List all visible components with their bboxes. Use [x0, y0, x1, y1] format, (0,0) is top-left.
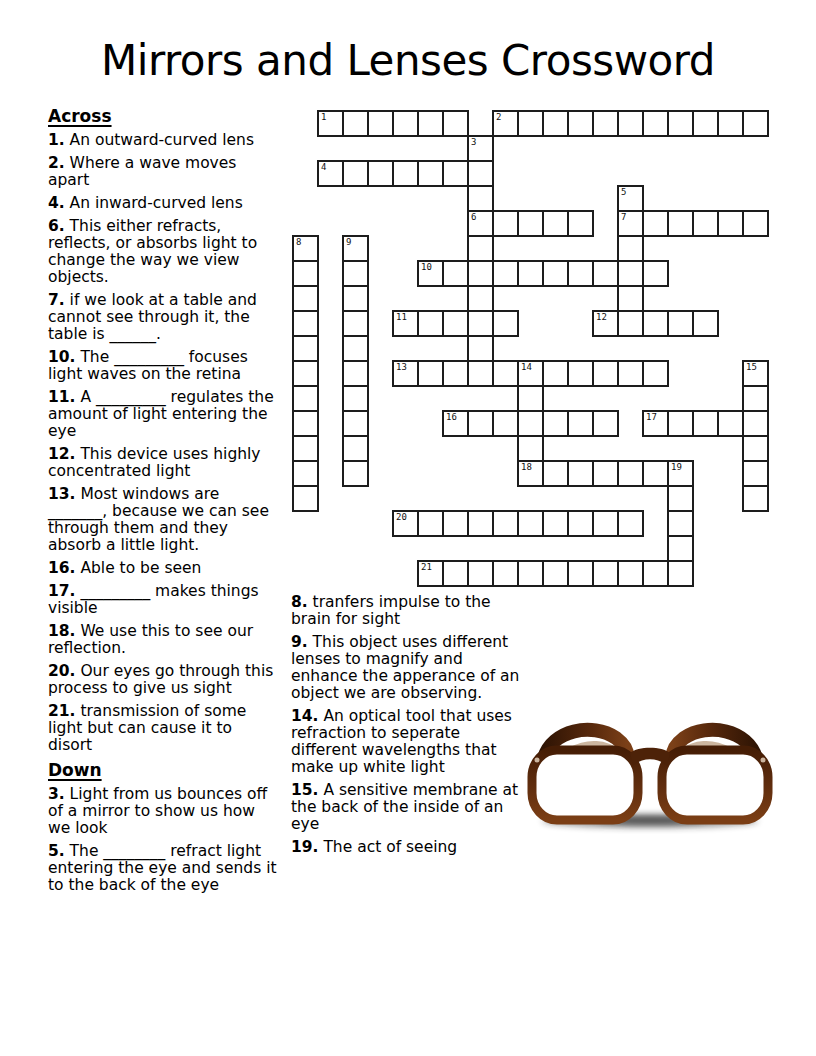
grid-cell[interactable]: [517, 410, 544, 437]
grid-cell[interactable]: [442, 310, 469, 337]
grid-cell[interactable]: [492, 210, 519, 237]
grid-cell[interactable]: [617, 260, 644, 287]
grid-cell[interactable]: [542, 260, 569, 287]
down-header: Down: [48, 760, 281, 780]
grid-cell[interactable]: [567, 410, 594, 437]
grid-cell[interactable]: [667, 560, 694, 587]
glasses-right-hinge: [761, 758, 766, 763]
grid-cell[interactable]: [742, 110, 769, 137]
grid-cell[interactable]: [342, 410, 369, 437]
clue-number: 17.: [48, 582, 75, 600]
clue-across-10: 10. The _________ focuses light waves on…: [48, 349, 281, 383]
across-clue-list: 1. An outward-curved lens2. Where a wave…: [48, 132, 281, 754]
grid-cell[interactable]: [292, 285, 319, 312]
grid-cell[interactable]: [617, 285, 644, 312]
glasses-bridge: [630, 748, 670, 766]
cell-number: 11: [396, 312, 407, 322]
clue-across-1: 1. An outward-curved lens: [48, 132, 281, 149]
grid-cell[interactable]: [292, 260, 319, 287]
cell-number: 20: [396, 512, 407, 522]
grid-cell[interactable]: [392, 160, 419, 187]
clue-number: 7.: [48, 291, 65, 309]
grid-cell[interactable]: [592, 260, 619, 287]
grid-cell[interactable]: 18: [517, 460, 544, 487]
grid-cell[interactable]: [417, 510, 444, 537]
clue-number: 16.: [48, 559, 75, 577]
grid-cell[interactable]: [667, 310, 694, 337]
worksheet-page: Mirrors and Lenses Crossword Across 1. A…: [0, 0, 816, 1056]
grid-cell[interactable]: [692, 110, 719, 137]
clue-text: This device uses highly concentrated lig…: [48, 445, 261, 480]
grid-cell[interactable]: [367, 110, 394, 137]
grid-cell[interactable]: [292, 410, 319, 437]
grid-cell[interactable]: [367, 160, 394, 187]
clue-text: Most windows are _______, because we can…: [48, 485, 269, 554]
grid-cell[interactable]: [617, 235, 644, 262]
grid-cell[interactable]: [467, 160, 494, 187]
grid-cell[interactable]: 4: [317, 160, 344, 187]
clue-across-20: 20. Our eyes go through this process to …: [48, 663, 281, 697]
grid-cell[interactable]: [592, 110, 619, 137]
grid-cell[interactable]: [742, 385, 769, 412]
cell-number: 14: [521, 362, 532, 372]
grid-cell[interactable]: [467, 310, 494, 337]
clue-down-9: 9. This object uses different lenses to …: [291, 634, 524, 702]
grid-cell[interactable]: 9: [342, 235, 369, 262]
crossword-grid: 123456789101112131415161718192021: [292, 110, 769, 587]
grid-cell[interactable]: 12: [592, 310, 619, 337]
across-header: Across: [48, 106, 281, 126]
grid-cell[interactable]: 15: [742, 360, 769, 387]
grid-cell[interactable]: [542, 110, 569, 137]
grid-cell[interactable]: [292, 385, 319, 412]
grid-cell[interactable]: [542, 560, 569, 587]
grid-cell[interactable]: [442, 110, 469, 137]
clue-text: Our eyes go through this process to give…: [48, 662, 273, 697]
grid-cell[interactable]: [592, 460, 619, 487]
grid-cell[interactable]: 16: [442, 410, 469, 437]
cell-number: 17: [646, 412, 657, 422]
grid-cell[interactable]: [467, 560, 494, 587]
cell-number: 15: [746, 362, 757, 372]
grid-cell[interactable]: [517, 110, 544, 137]
grid-cell[interactable]: [567, 460, 594, 487]
clue-number: 10.: [48, 348, 75, 366]
grid-cell[interactable]: [617, 460, 644, 487]
grid-cell[interactable]: [542, 510, 569, 537]
grid-cell[interactable]: [492, 510, 519, 537]
grid-cell[interactable]: [292, 435, 319, 462]
grid-cell[interactable]: [567, 560, 594, 587]
grid-cell[interactable]: [442, 160, 469, 187]
clue-number: 4.: [48, 194, 65, 212]
grid-cell[interactable]: [392, 110, 419, 137]
grid-cell[interactable]: [617, 510, 644, 537]
cell-number: 18: [521, 462, 532, 472]
grid-cell[interactable]: [667, 410, 694, 437]
grid-cell[interactable]: [517, 435, 544, 462]
grid-cell[interactable]: 6: [467, 210, 494, 237]
cell-number: 4: [321, 162, 326, 172]
grid-cell[interactable]: [692, 310, 719, 337]
grid-cell[interactable]: 13: [392, 360, 419, 387]
grid-cell[interactable]: [542, 410, 569, 437]
cell-number: 8: [296, 237, 301, 247]
grid-cell[interactable]: [517, 560, 544, 587]
cell-number: 13: [396, 362, 407, 372]
grid-cell[interactable]: [342, 335, 369, 362]
clue-across-7: 7. if we look at a table and cannot see …: [48, 292, 281, 343]
grid-cell[interactable]: [567, 210, 594, 237]
clue-across-4: 4. An inward-curved lens: [48, 195, 281, 212]
clue-across-6: 6. This either refracts, reflects, or ab…: [48, 218, 281, 286]
cell-number: 7: [621, 212, 626, 222]
grid-cell[interactable]: [442, 560, 469, 587]
clue-text: if we look at a table and cannot see thr…: [48, 291, 257, 343]
clue-down-15: 15. A sensitive membrane at the back of …: [291, 782, 524, 833]
clue-number: 3.: [48, 785, 65, 803]
grid-cell[interactable]: 8: [292, 235, 319, 262]
grid-cell[interactable]: [342, 360, 369, 387]
grid-cell[interactable]: [467, 235, 494, 262]
clue-number: 1.: [48, 131, 65, 149]
grid-cell[interactable]: [592, 510, 619, 537]
clue-down-19: 19. The act of seeing: [291, 839, 524, 856]
clues-left-column: Across 1. An outward-curved lens2. Where…: [48, 106, 281, 900]
grid-cell[interactable]: [742, 435, 769, 462]
clue-text: This either refracts, reflects, or absor…: [48, 217, 257, 286]
clue-text: tranfers impulse to the brain for sight: [291, 593, 491, 628]
grid-cell[interactable]: [417, 360, 444, 387]
glasses-image: [518, 700, 782, 834]
clue-text: The ________ refract light entering the …: [48, 842, 277, 894]
grid-cell[interactable]: [292, 335, 319, 362]
down-clue-list-right: 8. tranfers impulse to the brain for sig…: [291, 594, 524, 856]
clue-across-18: 18. We use this to see our reflection.: [48, 623, 281, 657]
grid-cell[interactable]: [642, 460, 669, 487]
cell-number: 16: [446, 412, 457, 422]
clue-number: 5.: [48, 842, 65, 860]
grid-cell[interactable]: [642, 560, 669, 587]
grid-cell[interactable]: [567, 260, 594, 287]
grid-cell[interactable]: [492, 310, 519, 337]
grid-cell[interactable]: [667, 535, 694, 562]
grid-cell[interactable]: [667, 485, 694, 512]
grid-cell[interactable]: [592, 560, 619, 587]
grid-cell[interactable]: [342, 310, 369, 337]
grid-cell[interactable]: 21: [417, 560, 444, 587]
grid-cell[interactable]: 20: [392, 510, 419, 537]
grid-cell[interactable]: [342, 435, 369, 462]
grid-cell[interactable]: [717, 110, 744, 137]
clue-number: 18.: [48, 622, 75, 640]
grid-cell[interactable]: 11: [392, 310, 419, 337]
glasses-left-hinge: [535, 758, 540, 763]
clue-text: The act of seeing: [318, 838, 457, 856]
grid-cell[interactable]: [692, 210, 719, 237]
clue-text: We use this to see our reflection.: [48, 622, 253, 657]
clue-number: 12.: [48, 445, 75, 463]
grid-cell[interactable]: [542, 210, 569, 237]
grid-cell[interactable]: [417, 310, 444, 337]
grid-cell[interactable]: [467, 260, 494, 287]
cell-number: 2: [496, 112, 501, 122]
clue-across-2: 2. Where a wave moves apart: [48, 155, 281, 189]
grid-cell[interactable]: [717, 410, 744, 437]
grid-cell[interactable]: [517, 260, 544, 287]
clue-text: Light from us bounces off of a mirror to…: [48, 785, 267, 837]
grid-cell[interactable]: [567, 360, 594, 387]
grid-cell[interactable]: [642, 310, 669, 337]
grid-cell[interactable]: [467, 285, 494, 312]
clue-text: An optical tool that uses refraction to …: [291, 707, 512, 776]
grid-cell[interactable]: 17: [642, 410, 669, 437]
grid-cell[interactable]: [292, 460, 319, 487]
cell-number: 1: [321, 112, 326, 122]
grid-cell[interactable]: 2: [492, 110, 519, 137]
grid-cell[interactable]: [592, 410, 619, 437]
grid-cell[interactable]: [342, 385, 369, 412]
grid-cell[interactable]: [667, 110, 694, 137]
grid-cell[interactable]: 10: [417, 260, 444, 287]
clue-number: 14.: [291, 707, 318, 725]
grid-cell[interactable]: [417, 160, 444, 187]
grid-cell[interactable]: 19: [667, 460, 694, 487]
grid-cell[interactable]: [517, 210, 544, 237]
grid-cell[interactable]: [542, 460, 569, 487]
clue-across-12: 12. This device uses highly concentrated…: [48, 446, 281, 480]
grid-cell[interactable]: [742, 485, 769, 512]
grid-cell[interactable]: [342, 160, 369, 187]
grid-cell[interactable]: [542, 360, 569, 387]
clue-number: 19.: [291, 838, 318, 856]
grid-cell[interactable]: [642, 260, 669, 287]
grid-cell[interactable]: [717, 210, 744, 237]
grid-cell[interactable]: [592, 360, 619, 387]
cell-number: 10: [421, 262, 432, 272]
grid-cell[interactable]: [617, 310, 644, 337]
grid-cell[interactable]: [342, 260, 369, 287]
grid-cell[interactable]: [442, 510, 469, 537]
grid-cell[interactable]: [467, 510, 494, 537]
clue-across-17: 17. _________ makes things visible: [48, 583, 281, 617]
grid-cell[interactable]: [467, 185, 494, 212]
grid-cell[interactable]: [292, 485, 319, 512]
grid-cell[interactable]: [517, 510, 544, 537]
cell-number: 5: [621, 187, 626, 197]
grid-cell[interactable]: [492, 560, 519, 587]
grid-cell[interactable]: 5: [617, 185, 644, 212]
grid-cell[interactable]: [692, 410, 719, 437]
grid-cell[interactable]: [467, 360, 494, 387]
grid-cell[interactable]: [517, 385, 544, 412]
clue-text: _________ makes things visible: [48, 582, 259, 617]
clue-number: 6.: [48, 217, 65, 235]
clue-across-11: 11. A _________ regulates the amount of …: [48, 389, 281, 440]
clue-down-3: 3. Light from us bounces off of a mirror…: [48, 786, 281, 837]
cell-number: 6: [471, 212, 476, 222]
clue-number: 11.: [48, 388, 75, 406]
clue-down-5: 5. The ________ refract light entering t…: [48, 843, 281, 894]
cell-number: 19: [671, 462, 682, 472]
grid-cell[interactable]: [642, 210, 669, 237]
clue-across-21: 21. transmission of some light but can c…: [48, 703, 281, 754]
grid-cell[interactable]: [417, 110, 444, 137]
grid-cell[interactable]: 14: [517, 360, 544, 387]
grid-cell[interactable]: [342, 460, 369, 487]
clue-text: An outward-curved lens: [65, 131, 254, 149]
grid-cell[interactable]: [467, 335, 494, 362]
grid-cell[interactable]: [442, 360, 469, 387]
grid-cell[interactable]: [492, 260, 519, 287]
cell-number: 9: [346, 237, 351, 247]
cell-number: 12: [596, 312, 607, 322]
grid-cell[interactable]: [667, 210, 694, 237]
clue-number: 13.: [48, 485, 75, 503]
grid-cell[interactable]: [492, 410, 519, 437]
grid-cell[interactable]: [342, 285, 369, 312]
clue-number: 15.: [291, 781, 318, 799]
grid-cell[interactable]: [442, 260, 469, 287]
grid-cell[interactable]: [292, 360, 319, 387]
grid-cell[interactable]: [342, 110, 369, 137]
cell-number: 21: [421, 562, 432, 572]
grid-cell[interactable]: [667, 510, 694, 537]
grid-cell[interactable]: [742, 460, 769, 487]
grid-cell[interactable]: [467, 410, 494, 437]
clue-number: 2.: [48, 154, 65, 172]
clue-text: This object uses different lenses to mag…: [291, 633, 519, 702]
grid-cell[interactable]: [292, 310, 319, 337]
grid-cell[interactable]: [742, 410, 769, 437]
grid-cell[interactable]: 7: [617, 210, 644, 237]
grid-cell[interactable]: [617, 360, 644, 387]
grid-cell[interactable]: 1: [317, 110, 344, 137]
clue-text: A sensitive membrane at the back of the …: [291, 781, 518, 833]
clue-number: 9.: [291, 633, 308, 651]
grid-cell[interactable]: [617, 560, 644, 587]
down-clue-list-left: 3. Light from us bounces off of a mirror…: [48, 786, 281, 894]
grid-cell[interactable]: 3: [467, 135, 494, 162]
clues-right-column: 8. tranfers impulse to the brain for sig…: [291, 594, 524, 862]
clue-number: 21.: [48, 702, 75, 720]
cell-number: 3: [471, 137, 476, 147]
clue-down-14: 14. An optical tool that uses refraction…: [291, 708, 524, 776]
grid-cell[interactable]: [642, 110, 669, 137]
grid-cell[interactable]: [567, 510, 594, 537]
glasses-left-lens: [532, 750, 638, 820]
grid-cell[interactable]: [742, 210, 769, 237]
clue-text: The _________ focuses light waves on the…: [48, 348, 248, 383]
clue-across-16: 16. Able to be seen: [48, 560, 281, 577]
glasses-right-lens: [662, 750, 768, 820]
clue-text: Where a wave moves apart: [48, 154, 236, 189]
grid-cell[interactable]: [567, 110, 594, 137]
clue-text: A _________ regulates the amount of ligh…: [48, 388, 274, 440]
grid-cell[interactable]: [492, 360, 519, 387]
clue-down-8: 8. tranfers impulse to the brain for sig…: [291, 594, 524, 628]
clue-across-13: 13. Most windows are _______, because we…: [48, 486, 281, 554]
clue-text: Able to be seen: [75, 559, 201, 577]
clue-text: transmission of some light but can cause…: [48, 702, 246, 754]
page-title: Mirrors and Lenses Crossword: [0, 36, 816, 85]
clue-number: 20.: [48, 662, 75, 680]
clue-number: 8.: [291, 593, 308, 611]
clue-text: An inward-curved lens: [65, 194, 243, 212]
grid-cell[interactable]: [642, 360, 669, 387]
grid-cell[interactable]: [617, 110, 644, 137]
